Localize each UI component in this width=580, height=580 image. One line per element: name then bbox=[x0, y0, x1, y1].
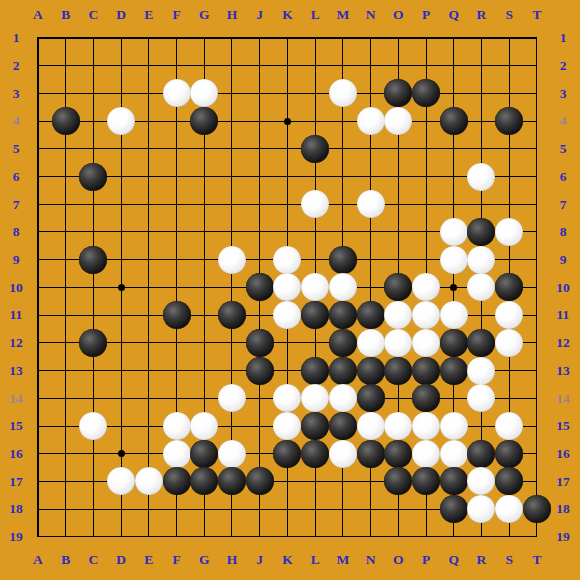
point-D19[interactable] bbox=[107, 523, 135, 551]
point-P15[interactable] bbox=[412, 412, 440, 440]
point-Q7[interactable] bbox=[440, 190, 468, 218]
point-C4[interactable] bbox=[80, 107, 108, 135]
point-J16[interactable] bbox=[246, 440, 274, 468]
point-R18[interactable] bbox=[468, 495, 496, 523]
point-N14[interactable] bbox=[357, 384, 385, 412]
point-O3[interactable] bbox=[384, 80, 412, 108]
point-G13[interactable] bbox=[190, 357, 218, 385]
point-Q6[interactable] bbox=[440, 163, 468, 191]
point-F18[interactable] bbox=[163, 495, 191, 523]
point-N7[interactable] bbox=[357, 190, 385, 218]
point-P10[interactable] bbox=[412, 274, 440, 302]
point-O7[interactable] bbox=[384, 190, 412, 218]
point-J5[interactable] bbox=[246, 135, 274, 163]
point-G11[interactable] bbox=[190, 301, 218, 329]
point-S1[interactable] bbox=[495, 24, 523, 52]
point-K5[interactable] bbox=[274, 135, 302, 163]
point-K16[interactable] bbox=[274, 440, 302, 468]
point-N17[interactable] bbox=[357, 468, 385, 496]
point-A9[interactable] bbox=[24, 246, 52, 274]
point-O15[interactable] bbox=[384, 412, 412, 440]
point-R6[interactable] bbox=[468, 163, 496, 191]
point-M10[interactable] bbox=[329, 274, 357, 302]
point-F1[interactable] bbox=[163, 24, 191, 52]
point-B12[interactable] bbox=[52, 329, 80, 357]
point-O10[interactable] bbox=[384, 274, 412, 302]
point-T15[interactable] bbox=[523, 412, 551, 440]
point-G5[interactable] bbox=[190, 135, 218, 163]
point-P12[interactable] bbox=[412, 329, 440, 357]
point-E1[interactable] bbox=[135, 24, 163, 52]
point-K9[interactable] bbox=[274, 246, 302, 274]
point-N2[interactable] bbox=[357, 52, 385, 80]
point-A11[interactable] bbox=[24, 301, 52, 329]
point-F4[interactable] bbox=[163, 107, 191, 135]
point-L18[interactable] bbox=[301, 495, 329, 523]
point-C5[interactable] bbox=[80, 135, 108, 163]
point-L3[interactable] bbox=[301, 80, 329, 108]
point-L7[interactable] bbox=[301, 190, 329, 218]
point-J11[interactable] bbox=[246, 301, 274, 329]
point-B17[interactable] bbox=[52, 468, 80, 496]
point-F10[interactable] bbox=[163, 274, 191, 302]
point-G17[interactable] bbox=[190, 468, 218, 496]
point-O9[interactable] bbox=[384, 246, 412, 274]
point-M9[interactable] bbox=[329, 246, 357, 274]
point-R1[interactable] bbox=[468, 24, 496, 52]
point-L12[interactable] bbox=[301, 329, 329, 357]
point-G18[interactable] bbox=[190, 495, 218, 523]
point-L2[interactable] bbox=[301, 52, 329, 80]
point-J7[interactable] bbox=[246, 190, 274, 218]
point-T16[interactable] bbox=[523, 440, 551, 468]
point-K10[interactable] bbox=[274, 274, 302, 302]
point-Q11[interactable] bbox=[440, 301, 468, 329]
point-T4[interactable] bbox=[523, 107, 551, 135]
point-T12[interactable] bbox=[523, 329, 551, 357]
point-M13[interactable] bbox=[329, 357, 357, 385]
point-C11[interactable] bbox=[80, 301, 108, 329]
point-J12[interactable] bbox=[246, 329, 274, 357]
point-M2[interactable] bbox=[329, 52, 357, 80]
point-O11[interactable] bbox=[384, 301, 412, 329]
point-D8[interactable] bbox=[107, 218, 135, 246]
point-D10[interactable] bbox=[107, 274, 135, 302]
point-R3[interactable] bbox=[468, 80, 496, 108]
point-P11[interactable] bbox=[412, 301, 440, 329]
point-P14[interactable] bbox=[412, 384, 440, 412]
point-D11[interactable] bbox=[107, 301, 135, 329]
point-Q18[interactable] bbox=[440, 495, 468, 523]
point-L4[interactable] bbox=[301, 107, 329, 135]
point-T9[interactable] bbox=[523, 246, 551, 274]
point-A8[interactable] bbox=[24, 218, 52, 246]
point-S5[interactable] bbox=[495, 135, 523, 163]
point-A14[interactable] bbox=[24, 384, 52, 412]
point-E10[interactable] bbox=[135, 274, 163, 302]
point-B6[interactable] bbox=[52, 163, 80, 191]
point-G4[interactable] bbox=[190, 107, 218, 135]
point-E4[interactable] bbox=[135, 107, 163, 135]
point-R7[interactable] bbox=[468, 190, 496, 218]
point-H12[interactable] bbox=[218, 329, 246, 357]
point-B3[interactable] bbox=[52, 80, 80, 108]
point-E6[interactable] bbox=[135, 163, 163, 191]
point-G8[interactable] bbox=[190, 218, 218, 246]
point-C13[interactable] bbox=[80, 357, 108, 385]
point-B14[interactable] bbox=[52, 384, 80, 412]
point-E19[interactable] bbox=[135, 523, 163, 551]
point-D5[interactable] bbox=[107, 135, 135, 163]
point-A5[interactable] bbox=[24, 135, 52, 163]
point-G3[interactable] bbox=[190, 80, 218, 108]
point-T1[interactable] bbox=[523, 24, 551, 52]
point-N19[interactable] bbox=[357, 523, 385, 551]
point-G7[interactable] bbox=[190, 190, 218, 218]
point-K4[interactable] bbox=[274, 107, 302, 135]
point-F14[interactable] bbox=[163, 384, 191, 412]
point-N16[interactable] bbox=[357, 440, 385, 468]
point-T10[interactable] bbox=[523, 274, 551, 302]
point-T19[interactable] bbox=[523, 523, 551, 551]
point-H9[interactable] bbox=[218, 246, 246, 274]
point-J18[interactable] bbox=[246, 495, 274, 523]
point-Q8[interactable] bbox=[440, 218, 468, 246]
point-M1[interactable] bbox=[329, 24, 357, 52]
point-P2[interactable] bbox=[412, 52, 440, 80]
point-T13[interactable] bbox=[523, 357, 551, 385]
point-T3[interactable] bbox=[523, 80, 551, 108]
point-B9[interactable] bbox=[52, 246, 80, 274]
point-G1[interactable] bbox=[190, 24, 218, 52]
point-O14[interactable] bbox=[384, 384, 412, 412]
point-B15[interactable] bbox=[52, 412, 80, 440]
point-G15[interactable] bbox=[190, 412, 218, 440]
point-C1[interactable] bbox=[80, 24, 108, 52]
point-P9[interactable] bbox=[412, 246, 440, 274]
point-R17[interactable] bbox=[468, 468, 496, 496]
point-J14[interactable] bbox=[246, 384, 274, 412]
point-E18[interactable] bbox=[135, 495, 163, 523]
point-B11[interactable] bbox=[52, 301, 80, 329]
point-T5[interactable] bbox=[523, 135, 551, 163]
point-Q13[interactable] bbox=[440, 357, 468, 385]
point-H3[interactable] bbox=[218, 80, 246, 108]
point-A7[interactable] bbox=[24, 190, 52, 218]
point-B2[interactable] bbox=[52, 52, 80, 80]
point-Q3[interactable] bbox=[440, 80, 468, 108]
point-F8[interactable] bbox=[163, 218, 191, 246]
point-C15[interactable] bbox=[80, 412, 108, 440]
point-B4[interactable] bbox=[52, 107, 80, 135]
point-Q17[interactable] bbox=[440, 468, 468, 496]
point-G19[interactable] bbox=[190, 523, 218, 551]
point-S19[interactable] bbox=[495, 523, 523, 551]
point-B16[interactable] bbox=[52, 440, 80, 468]
point-P3[interactable] bbox=[412, 80, 440, 108]
point-S18[interactable] bbox=[495, 495, 523, 523]
point-M3[interactable] bbox=[329, 80, 357, 108]
point-R8[interactable] bbox=[468, 218, 496, 246]
point-L5[interactable] bbox=[301, 135, 329, 163]
point-L10[interactable] bbox=[301, 274, 329, 302]
point-B10[interactable] bbox=[52, 274, 80, 302]
point-O16[interactable] bbox=[384, 440, 412, 468]
point-O13[interactable] bbox=[384, 357, 412, 385]
point-R19[interactable] bbox=[468, 523, 496, 551]
point-S9[interactable] bbox=[495, 246, 523, 274]
point-R13[interactable] bbox=[468, 357, 496, 385]
point-H5[interactable] bbox=[218, 135, 246, 163]
point-H14[interactable] bbox=[218, 384, 246, 412]
point-A4[interactable] bbox=[24, 107, 52, 135]
point-O19[interactable] bbox=[384, 523, 412, 551]
point-C19[interactable] bbox=[80, 523, 108, 551]
point-N9[interactable] bbox=[357, 246, 385, 274]
point-A10[interactable] bbox=[24, 274, 52, 302]
point-F3[interactable] bbox=[163, 80, 191, 108]
point-P13[interactable] bbox=[412, 357, 440, 385]
point-D2[interactable] bbox=[107, 52, 135, 80]
point-A18[interactable] bbox=[24, 495, 52, 523]
point-P16[interactable] bbox=[412, 440, 440, 468]
point-P1[interactable] bbox=[412, 24, 440, 52]
point-E17[interactable] bbox=[135, 468, 163, 496]
point-R10[interactable] bbox=[468, 274, 496, 302]
point-N10[interactable] bbox=[357, 274, 385, 302]
point-E2[interactable] bbox=[135, 52, 163, 80]
point-P4[interactable] bbox=[412, 107, 440, 135]
point-E12[interactable] bbox=[135, 329, 163, 357]
point-S17[interactable] bbox=[495, 468, 523, 496]
point-O5[interactable] bbox=[384, 135, 412, 163]
point-G10[interactable] bbox=[190, 274, 218, 302]
point-L1[interactable] bbox=[301, 24, 329, 52]
point-S2[interactable] bbox=[495, 52, 523, 80]
point-D12[interactable] bbox=[107, 329, 135, 357]
point-D6[interactable] bbox=[107, 163, 135, 191]
point-T11[interactable] bbox=[523, 301, 551, 329]
point-D1[interactable] bbox=[107, 24, 135, 52]
point-J13[interactable] bbox=[246, 357, 274, 385]
point-S8[interactable] bbox=[495, 218, 523, 246]
point-G6[interactable] bbox=[190, 163, 218, 191]
point-K17[interactable] bbox=[274, 468, 302, 496]
point-E5[interactable] bbox=[135, 135, 163, 163]
point-D7[interactable] bbox=[107, 190, 135, 218]
point-R12[interactable] bbox=[468, 329, 496, 357]
point-H2[interactable] bbox=[218, 52, 246, 80]
point-J17[interactable] bbox=[246, 468, 274, 496]
point-L13[interactable] bbox=[301, 357, 329, 385]
point-J3[interactable] bbox=[246, 80, 274, 108]
point-S7[interactable] bbox=[495, 190, 523, 218]
point-T8[interactable] bbox=[523, 218, 551, 246]
point-H13[interactable] bbox=[218, 357, 246, 385]
point-N12[interactable] bbox=[357, 329, 385, 357]
point-L11[interactable] bbox=[301, 301, 329, 329]
point-B18[interactable] bbox=[52, 495, 80, 523]
point-T18[interactable] bbox=[523, 495, 551, 523]
point-P6[interactable] bbox=[412, 163, 440, 191]
point-Q4[interactable] bbox=[440, 107, 468, 135]
point-H10[interactable] bbox=[218, 274, 246, 302]
point-K2[interactable] bbox=[274, 52, 302, 80]
point-R15[interactable] bbox=[468, 412, 496, 440]
point-P19[interactable] bbox=[412, 523, 440, 551]
point-R5[interactable] bbox=[468, 135, 496, 163]
point-Q14[interactable] bbox=[440, 384, 468, 412]
point-T14[interactable] bbox=[523, 384, 551, 412]
point-J19[interactable] bbox=[246, 523, 274, 551]
point-N13[interactable] bbox=[357, 357, 385, 385]
point-O2[interactable] bbox=[384, 52, 412, 80]
point-T17[interactable] bbox=[523, 468, 551, 496]
point-H8[interactable] bbox=[218, 218, 246, 246]
point-C16[interactable] bbox=[80, 440, 108, 468]
point-J2[interactable] bbox=[246, 52, 274, 80]
point-B19[interactable] bbox=[52, 523, 80, 551]
point-E15[interactable] bbox=[135, 412, 163, 440]
point-F12[interactable] bbox=[163, 329, 191, 357]
point-K14[interactable] bbox=[274, 384, 302, 412]
point-K7[interactable] bbox=[274, 190, 302, 218]
point-B13[interactable] bbox=[52, 357, 80, 385]
point-S11[interactable] bbox=[495, 301, 523, 329]
point-H6[interactable] bbox=[218, 163, 246, 191]
point-O4[interactable] bbox=[384, 107, 412, 135]
point-K15[interactable] bbox=[274, 412, 302, 440]
point-Q16[interactable] bbox=[440, 440, 468, 468]
point-B8[interactable] bbox=[52, 218, 80, 246]
point-E3[interactable] bbox=[135, 80, 163, 108]
point-S6[interactable] bbox=[495, 163, 523, 191]
point-N6[interactable] bbox=[357, 163, 385, 191]
point-J6[interactable] bbox=[246, 163, 274, 191]
point-O17[interactable] bbox=[384, 468, 412, 496]
point-J10[interactable] bbox=[246, 274, 274, 302]
point-J15[interactable] bbox=[246, 412, 274, 440]
point-A13[interactable] bbox=[24, 357, 52, 385]
point-R9[interactable] bbox=[468, 246, 496, 274]
point-D3[interactable] bbox=[107, 80, 135, 108]
point-T2[interactable] bbox=[523, 52, 551, 80]
point-Q19[interactable] bbox=[440, 523, 468, 551]
point-C8[interactable] bbox=[80, 218, 108, 246]
point-D17[interactable] bbox=[107, 468, 135, 496]
point-L15[interactable] bbox=[301, 412, 329, 440]
point-C10[interactable] bbox=[80, 274, 108, 302]
point-Q10[interactable] bbox=[440, 274, 468, 302]
point-O18[interactable] bbox=[384, 495, 412, 523]
point-S10[interactable] bbox=[495, 274, 523, 302]
point-M11[interactable] bbox=[329, 301, 357, 329]
point-N11[interactable] bbox=[357, 301, 385, 329]
point-D9[interactable] bbox=[107, 246, 135, 274]
point-S16[interactable] bbox=[495, 440, 523, 468]
point-T6[interactable] bbox=[523, 163, 551, 191]
point-M8[interactable] bbox=[329, 218, 357, 246]
point-G14[interactable] bbox=[190, 384, 218, 412]
point-D16[interactable] bbox=[107, 440, 135, 468]
point-K12[interactable] bbox=[274, 329, 302, 357]
point-A19[interactable] bbox=[24, 523, 52, 551]
point-F5[interactable] bbox=[163, 135, 191, 163]
point-M5[interactable] bbox=[329, 135, 357, 163]
point-C17[interactable] bbox=[80, 468, 108, 496]
point-K3[interactable] bbox=[274, 80, 302, 108]
point-S3[interactable] bbox=[495, 80, 523, 108]
point-M16[interactable] bbox=[329, 440, 357, 468]
point-M4[interactable] bbox=[329, 107, 357, 135]
point-O1[interactable] bbox=[384, 24, 412, 52]
point-C3[interactable] bbox=[80, 80, 108, 108]
point-C9[interactable] bbox=[80, 246, 108, 274]
point-M17[interactable] bbox=[329, 468, 357, 496]
point-D15[interactable] bbox=[107, 412, 135, 440]
point-B1[interactable] bbox=[52, 24, 80, 52]
point-F15[interactable] bbox=[163, 412, 191, 440]
point-D18[interactable] bbox=[107, 495, 135, 523]
point-F11[interactable] bbox=[163, 301, 191, 329]
point-F2[interactable] bbox=[163, 52, 191, 80]
point-R11[interactable] bbox=[468, 301, 496, 329]
point-K11[interactable] bbox=[274, 301, 302, 329]
point-E13[interactable] bbox=[135, 357, 163, 385]
point-L9[interactable] bbox=[301, 246, 329, 274]
point-S12[interactable] bbox=[495, 329, 523, 357]
point-F7[interactable] bbox=[163, 190, 191, 218]
point-F17[interactable] bbox=[163, 468, 191, 496]
point-C18[interactable] bbox=[80, 495, 108, 523]
point-L8[interactable] bbox=[301, 218, 329, 246]
point-R2[interactable] bbox=[468, 52, 496, 80]
point-K6[interactable] bbox=[274, 163, 302, 191]
point-J8[interactable] bbox=[246, 218, 274, 246]
point-C12[interactable] bbox=[80, 329, 108, 357]
point-E16[interactable] bbox=[135, 440, 163, 468]
point-A1[interactable] bbox=[24, 24, 52, 52]
point-Q9[interactable] bbox=[440, 246, 468, 274]
point-A16[interactable] bbox=[24, 440, 52, 468]
point-F13[interactable] bbox=[163, 357, 191, 385]
point-Q5[interactable] bbox=[440, 135, 468, 163]
point-H15[interactable] bbox=[218, 412, 246, 440]
point-E7[interactable] bbox=[135, 190, 163, 218]
point-G9[interactable] bbox=[190, 246, 218, 274]
point-N8[interactable] bbox=[357, 218, 385, 246]
point-C14[interactable] bbox=[80, 384, 108, 412]
point-P18[interactable] bbox=[412, 495, 440, 523]
point-H1[interactable] bbox=[218, 24, 246, 52]
point-L17[interactable] bbox=[301, 468, 329, 496]
point-J9[interactable] bbox=[246, 246, 274, 274]
point-E14[interactable] bbox=[135, 384, 163, 412]
point-N3[interactable] bbox=[357, 80, 385, 108]
point-O6[interactable] bbox=[384, 163, 412, 191]
point-S4[interactable] bbox=[495, 107, 523, 135]
point-H4[interactable] bbox=[218, 107, 246, 135]
point-N5[interactable] bbox=[357, 135, 385, 163]
point-Q12[interactable] bbox=[440, 329, 468, 357]
point-K1[interactable] bbox=[274, 24, 302, 52]
point-R16[interactable] bbox=[468, 440, 496, 468]
point-Q1[interactable] bbox=[440, 24, 468, 52]
point-H11[interactable] bbox=[218, 301, 246, 329]
point-S15[interactable] bbox=[495, 412, 523, 440]
point-E11[interactable] bbox=[135, 301, 163, 329]
point-D14[interactable] bbox=[107, 384, 135, 412]
